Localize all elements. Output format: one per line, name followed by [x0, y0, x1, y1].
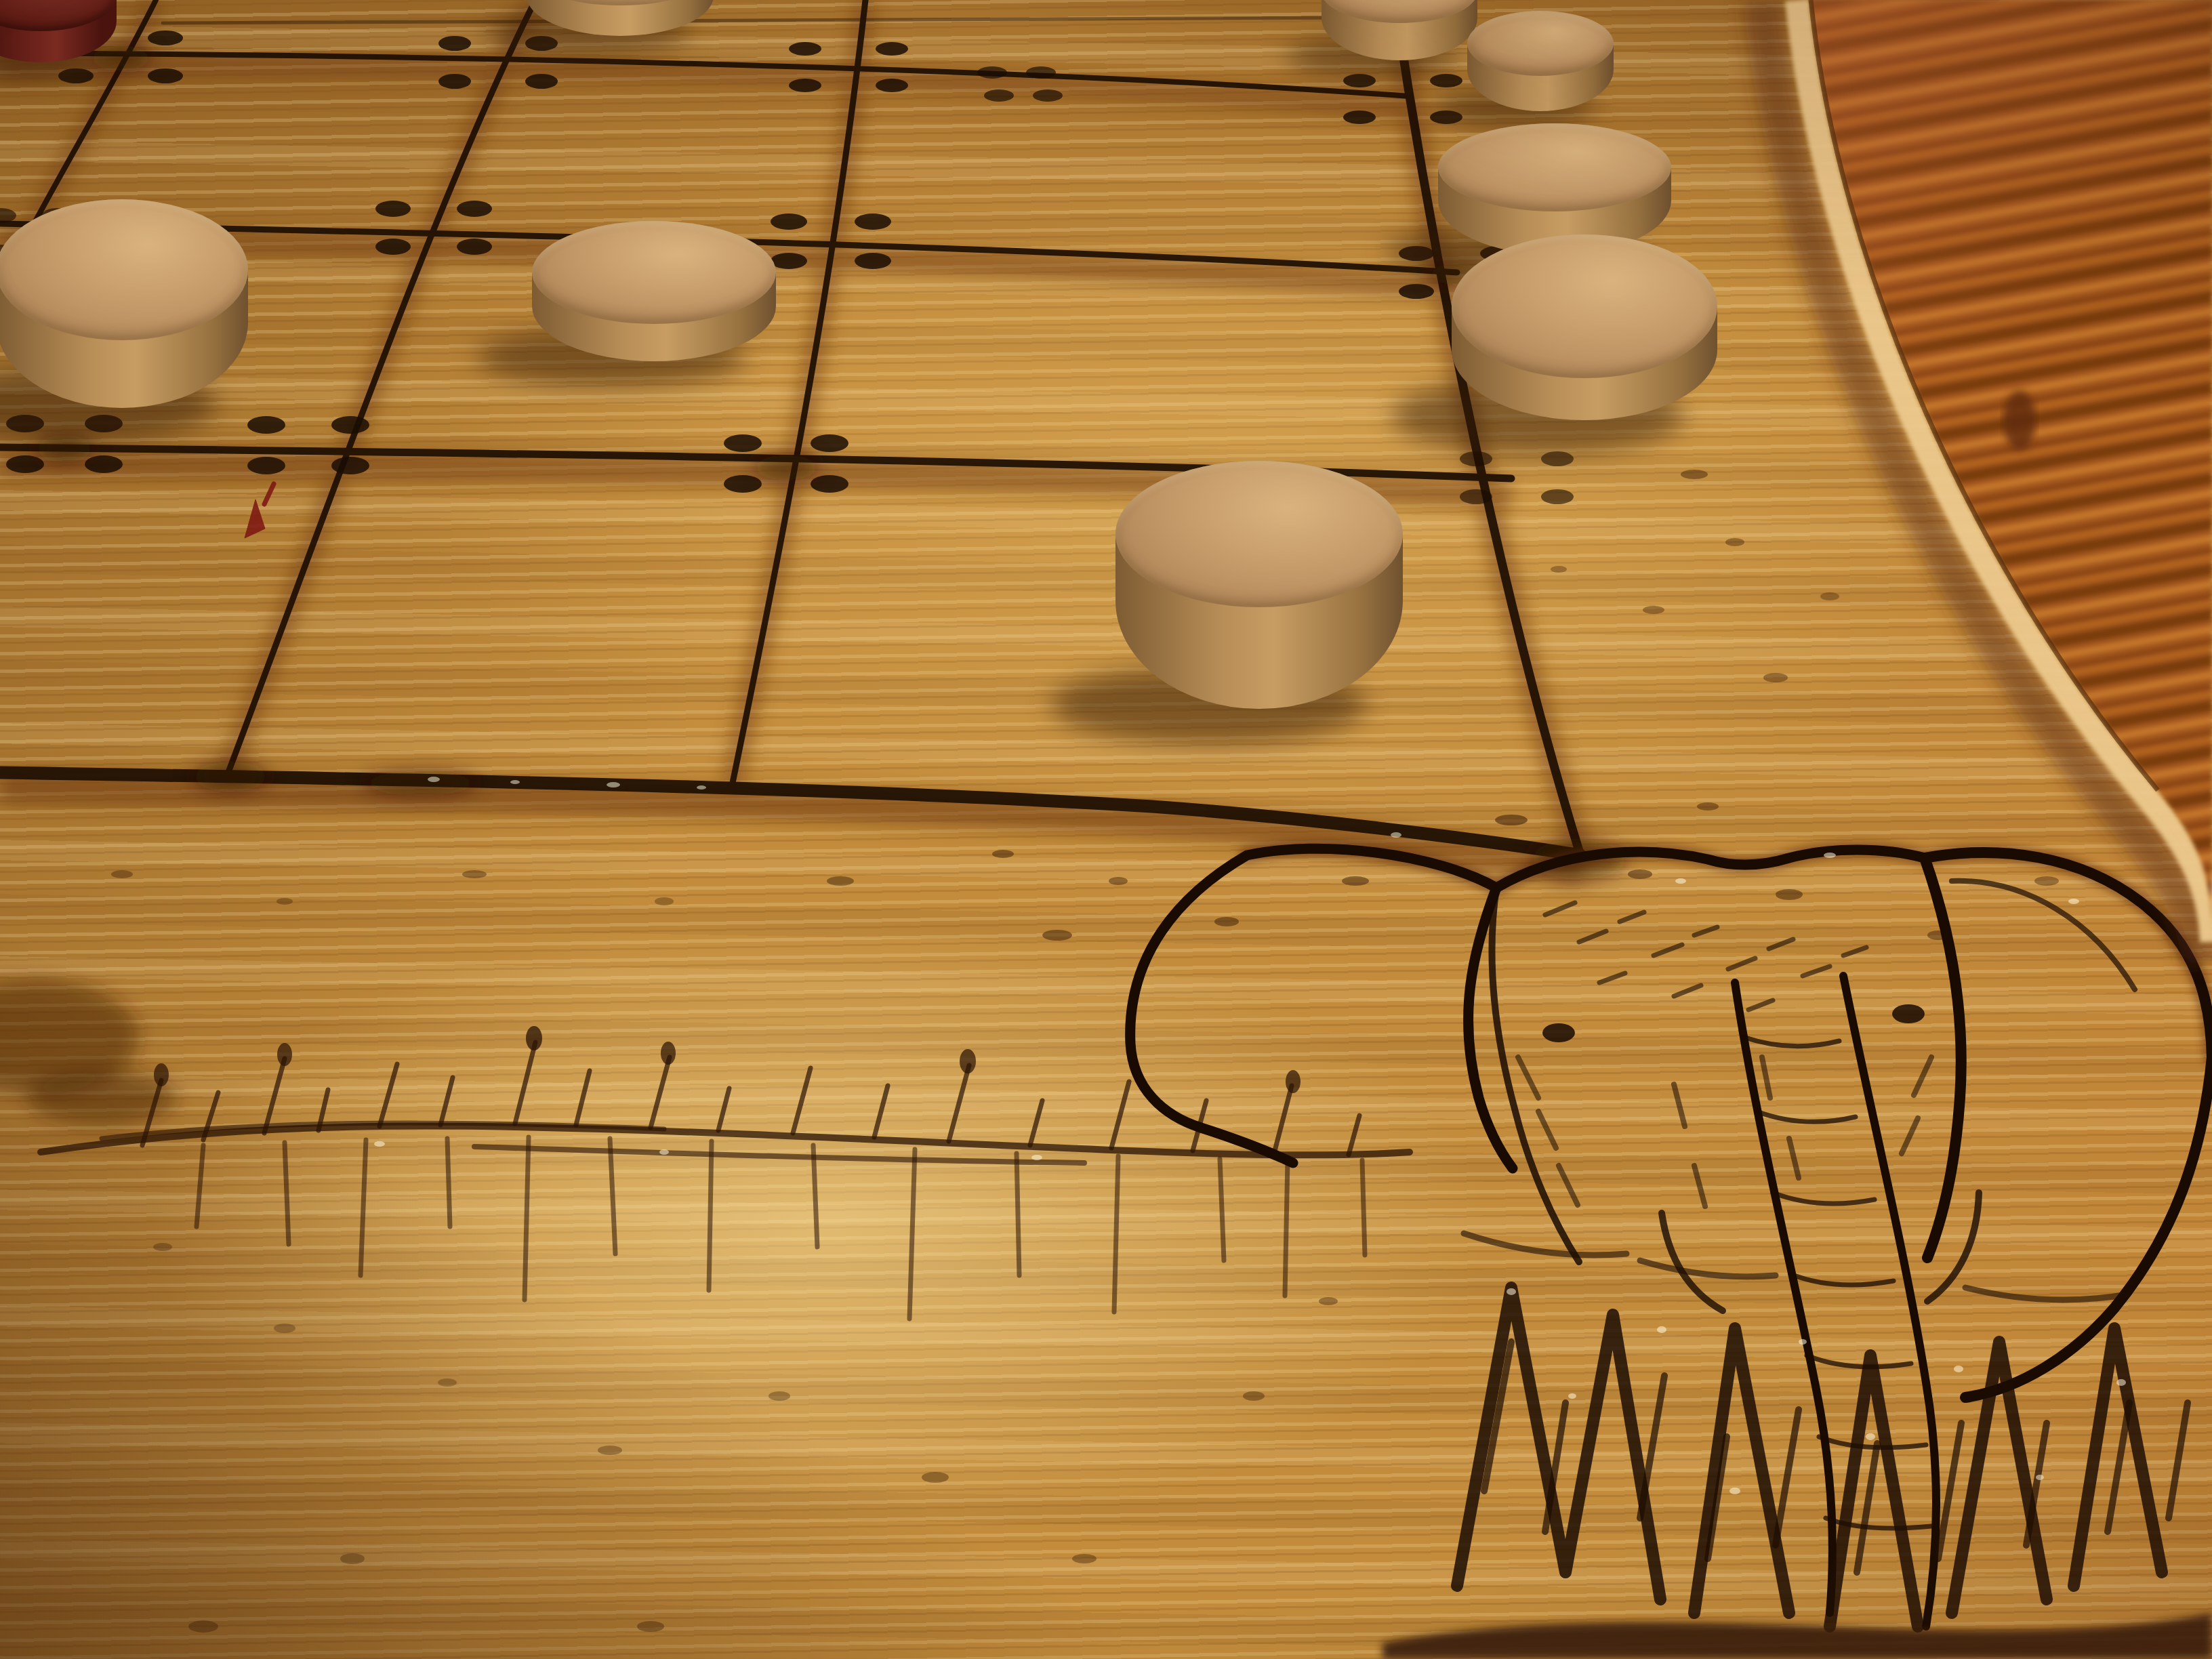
- piece-tan-disc-p5[interactable]: ⛀: [1115, 461, 1403, 709]
- pieces-layer: ⛀⛀⛂⛀⛀⛀⛀⛀⛀: [0, 0, 2212, 1659]
- photo-of-wooden-game-board: ⛀⛀⛂⛀⛀⛀⛀⛀⛀ ⛂⛀⛀⛀⛀ ⛀⛀⛀⛀: [0, 0, 2212, 1659]
- piece-tan-disc-p2[interactable]: ⛀: [527, 0, 714, 36]
- piece-maroon-disc-p1[interactable]: ⛂: [0, 0, 117, 62]
- piece-top-face: ⛀: [1452, 234, 1717, 378]
- piece-top-face: ⛀: [0, 199, 248, 340]
- piece-tan-disc-p7[interactable]: ⛀: [1467, 11, 1614, 111]
- piece-tan-disc-p3[interactable]: ⛀: [0, 199, 248, 408]
- piece-top-face: ⛀: [1438, 123, 1671, 211]
- piece-top-face: ⛀: [1467, 11, 1614, 76]
- piece-tan-disc-p6[interactable]: ⛀: [1322, 0, 1477, 60]
- piece-top-face: ⛀: [532, 221, 776, 324]
- piece-tan-disc-p9[interactable]: ⛀: [1452, 234, 1717, 420]
- piece-tan-disc-p4[interactable]: ⛀: [532, 221, 776, 361]
- piece-top-face: ⛀: [1115, 461, 1403, 607]
